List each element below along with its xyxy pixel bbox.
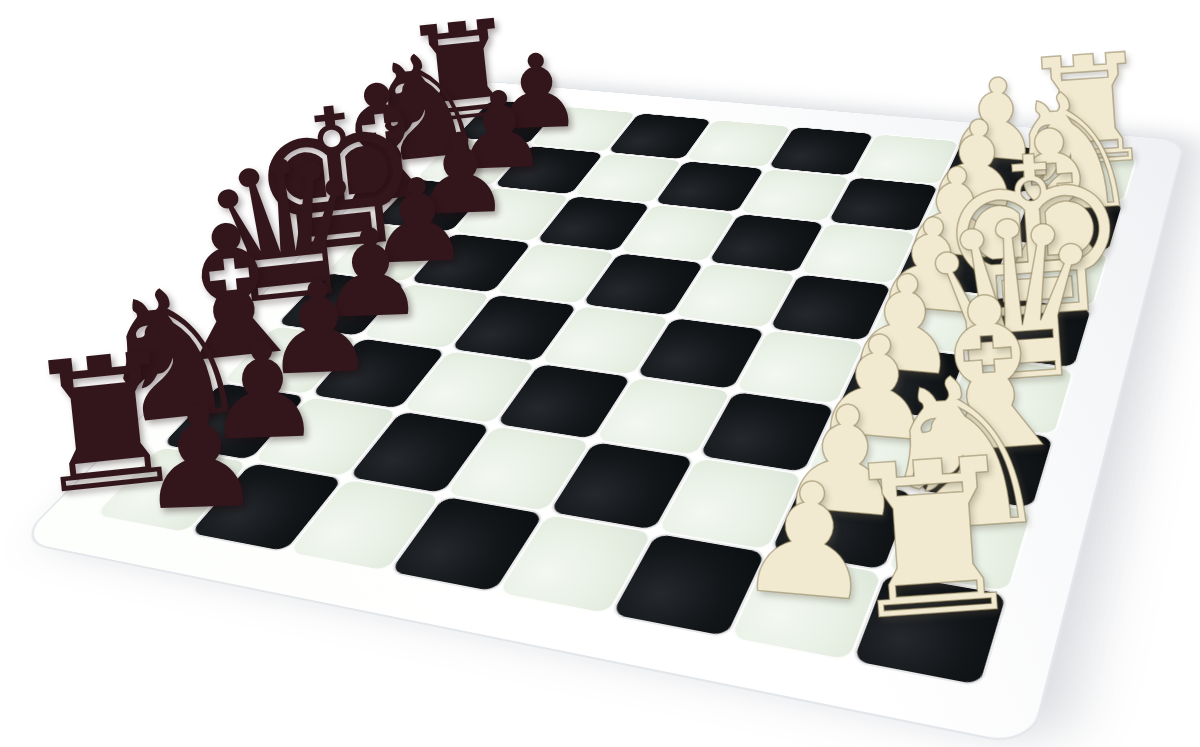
square-h1[interactable] bbox=[1030, 149, 1138, 203]
chess-set-photo: ♜♞♝♛♚♝♞♜♟♟♟♟♟♟♟♟♟♟♟♟♟♟♟♟♜♞♝♛♚♝♞♜ bbox=[0, 0, 1200, 747]
chess-board bbox=[16, 80, 1186, 747]
board-grid bbox=[92, 99, 1138, 687]
